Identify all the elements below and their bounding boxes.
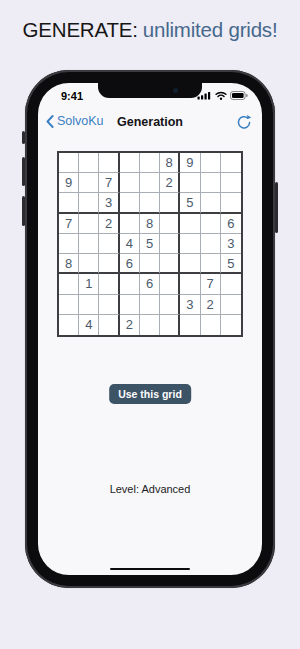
sudoku-cell-r7c6 (160, 274, 180, 294)
headline-prefix: GENERATE: (23, 18, 138, 41)
sudoku-cell-r4c1: 7 (59, 214, 79, 234)
refresh-icon (236, 114, 252, 130)
sudoku-cell-r7c7 (180, 274, 200, 294)
sudoku-cell-r4c7 (180, 214, 200, 234)
sudoku-cell-r9c9 (221, 315, 241, 335)
sudoku-cell-r2c2 (79, 173, 99, 193)
battery-icon (230, 91, 248, 100)
sudoku-cell-r9c2: 4 (79, 315, 99, 335)
sudoku-cell-r5c3 (99, 234, 119, 254)
sudoku-cell-r8c9 (221, 295, 241, 315)
sudoku-cell-r6c2 (79, 254, 99, 274)
sudoku-cell-r9c5 (140, 315, 160, 335)
sudoku-cell-r3c1 (59, 193, 79, 213)
sudoku-cell-r2c1: 9 (59, 173, 79, 193)
sudoku-cell-r2c5 (140, 173, 160, 193)
sudoku-cell-r8c1 (59, 295, 79, 315)
sudoku-cell-r9c1 (59, 315, 79, 335)
front-camera (173, 88, 178, 93)
sudoku-cell-r6c5 (140, 254, 160, 274)
sudoku-cell-r2c6: 2 (160, 173, 180, 193)
sudoku-cell-r5c6 (160, 234, 180, 254)
sudoku-cell-r4c5: 8 (140, 214, 160, 234)
sudoku-cell-r8c6 (160, 295, 180, 315)
sudoku-cell-r6c1: 8 (59, 254, 79, 274)
volume-down-button (22, 196, 25, 226)
sudoku-cell-r6c8 (201, 254, 221, 274)
sudoku-cell-r2c7 (180, 173, 200, 193)
sudoku-cell-r4c3: 2 (99, 214, 119, 234)
sudoku-cell-r8c5 (140, 295, 160, 315)
phone-screen: 9:41 (38, 83, 262, 575)
sudoku-cell-r4c9: 6 (221, 214, 241, 234)
sudoku-cell-r1c7: 9 (180, 153, 200, 173)
sudoku-cell-r9c8 (201, 315, 221, 335)
sudoku-cell-r2c8 (201, 173, 221, 193)
sudoku-cell-r4c8 (201, 214, 221, 234)
sudoku-cell-r7c3 (99, 274, 119, 294)
sudoku-cell-r1c6: 8 (160, 153, 180, 173)
sudoku-cell-r7c2: 1 (79, 274, 99, 294)
sudoku-cell-r1c1 (59, 153, 79, 173)
sudoku-cell-r1c9 (221, 153, 241, 173)
sudoku-cell-r6c3 (99, 254, 119, 274)
sudoku-cell-r7c8: 7 (201, 274, 221, 294)
sudoku-cell-r1c4 (120, 153, 140, 173)
notch (98, 83, 202, 98)
level-label: Level: Advanced (38, 483, 262, 495)
sudoku-cell-r3c8 (201, 193, 221, 213)
volume-up-button (22, 157, 25, 186)
sudoku-cell-r6c4: 6 (120, 254, 140, 274)
sudoku-cell-r9c6 (160, 315, 180, 335)
refresh-button[interactable] (236, 114, 252, 130)
sudoku-cell-r6c7 (180, 254, 200, 274)
sudoku-cell-r8c4 (120, 295, 140, 315)
sudoku-cell-r3c5 (140, 193, 160, 213)
sudoku-cell-r9c7 (180, 315, 200, 335)
headline-accent: unlimited grids! (143, 18, 278, 41)
sudoku-cell-r2c4 (120, 173, 140, 193)
sudoku-grid: 899723572864538651673242 (57, 151, 243, 337)
sudoku-cell-r5c9: 3 (221, 234, 241, 254)
use-grid-button[interactable]: Use this grid (109, 384, 191, 404)
nav-bar: SolvoKu Generation (38, 112, 262, 136)
sudoku-cell-r9c3 (99, 315, 119, 335)
sudoku-cell-r1c8 (201, 153, 221, 173)
sudoku-cell-r3c2 (79, 193, 99, 213)
sudoku-cell-r5c8 (201, 234, 221, 254)
sudoku-cell-r4c6 (160, 214, 180, 234)
sudoku-cell-r1c3 (99, 153, 119, 173)
sudoku-cell-r2c9 (221, 173, 241, 193)
sudoku-cell-r3c9 (221, 193, 241, 213)
sudoku-cell-r8c2 (79, 295, 99, 315)
iphone-frame: 9:41 (25, 70, 275, 588)
sudoku-cell-r3c6 (160, 193, 180, 213)
page: GENERATE:unlimited grids! 9:41 (0, 0, 300, 649)
sudoku-cell-r2c3: 7 (99, 173, 119, 193)
sudoku-cell-r5c2 (79, 234, 99, 254)
sudoku-cell-r4c4 (120, 214, 140, 234)
wifi-icon (215, 91, 227, 100)
sudoku-cell-r1c5 (140, 153, 160, 173)
sudoku-cell-r3c3: 3 (99, 193, 119, 213)
sudoku-cell-r1c2 (79, 153, 99, 173)
home-indicator[interactable] (110, 568, 190, 571)
sudoku-cell-r5c1 (59, 234, 79, 254)
sudoku-cell-r5c4: 4 (120, 234, 140, 254)
power-button (275, 182, 278, 233)
sudoku-cell-r6c6 (160, 254, 180, 274)
sudoku-cell-r5c7 (180, 234, 200, 254)
sudoku-cell-r8c8: 2 (201, 295, 221, 315)
headline: GENERATE:unlimited grids! (0, 18, 300, 42)
sudoku-cell-r8c7: 3 (180, 295, 200, 315)
sudoku-cell-r5c5: 5 (140, 234, 160, 254)
sudoku-cell-r7c9 (221, 274, 241, 294)
sudoku-cell-r7c1 (59, 274, 79, 294)
mute-switch (22, 131, 25, 144)
sudoku-cell-r4c2 (79, 214, 99, 234)
sudoku-cell-r3c7: 5 (180, 193, 200, 213)
cellular-signal-icon (197, 91, 212, 100)
status-time: 9:41 (61, 90, 83, 102)
sudoku-cell-r9c4: 2 (120, 315, 140, 335)
sudoku-cell-r7c5: 6 (140, 274, 160, 294)
sudoku-cell-r6c9: 5 (221, 254, 241, 274)
sudoku-cell-r7c4 (120, 274, 140, 294)
sudoku-cell-r3c4 (120, 193, 140, 213)
nav-title: Generation (38, 115, 262, 129)
sudoku-cell-r8c3 (99, 295, 119, 315)
status-icons (197, 91, 248, 100)
